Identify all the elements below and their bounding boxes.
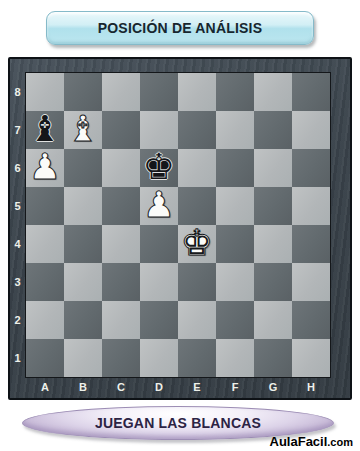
file-labels: ABCDEFGH [26,377,330,397]
square-e7 [178,111,216,149]
chess-board: 87654321 ♝♝♟♚♟♚ ABCDEFGH [8,57,352,400]
square-c5 [102,187,140,225]
rank-label-5: 5 [10,187,25,225]
square-g1 [254,339,292,377]
white-pawn-piece: ♟ [29,149,61,185]
rank-label-7: 7 [10,111,25,149]
square-h4 [292,225,330,263]
square-d1 [140,339,178,377]
square-d8 [140,73,178,111]
file-label-g: G [254,377,292,397]
square-a7: ♝ [26,111,64,149]
square-f7 [216,111,254,149]
square-d7 [140,111,178,149]
square-e2 [178,301,216,339]
rank-label-2: 2 [10,301,25,339]
square-b7: ♝ [64,111,102,149]
square-c4 [102,225,140,263]
file-label-a: A [26,377,64,397]
square-h8 [292,73,330,111]
square-e1 [178,339,216,377]
square-d5: ♟ [140,187,178,225]
square-a6: ♟ [26,149,64,187]
square-a3 [26,263,64,301]
file-label-f: F [216,377,254,397]
square-b4 [64,225,102,263]
square-h3 [292,263,330,301]
white-king-piece: ♚ [181,225,213,261]
board-squares: ♝♝♟♚♟♚ [25,72,331,378]
square-a2 [26,301,64,339]
square-c8 [102,73,140,111]
side-to-move-label: JUEGAN LAS BLANCAS [95,415,261,431]
square-f3 [216,263,254,301]
file-label-c: C [102,377,140,397]
square-h6 [292,149,330,187]
rank-label-8: 8 [10,73,25,111]
square-a4 [26,225,64,263]
square-b5 [64,187,102,225]
square-b1 [64,339,102,377]
black-bishop-piece: ♝ [29,111,61,147]
square-e6 [178,149,216,187]
square-b2 [64,301,102,339]
square-d6: ♚ [140,149,178,187]
square-h7 [292,111,330,149]
rank-label-4: 4 [10,225,25,263]
square-f5 [216,187,254,225]
square-d4 [140,225,178,263]
square-g8 [254,73,292,111]
square-a5 [26,187,64,225]
file-label-b: B [64,377,102,397]
square-f1 [216,339,254,377]
square-g7 [254,111,292,149]
square-e8 [178,73,216,111]
square-b3 [64,263,102,301]
square-c2 [102,301,140,339]
square-b8 [64,73,102,111]
file-label-e: E [178,377,216,397]
square-b6 [64,149,102,187]
square-g3 [254,263,292,301]
rank-label-6: 6 [10,149,25,187]
watermark-name: AulaFacil [270,434,328,449]
rank-label-1: 1 [10,339,25,377]
analysis-diagram: POSICIÓN DE ANÁLISIS 87654321 ♝♝♟♚♟♚ ABC… [0,0,360,451]
square-g6 [254,149,292,187]
square-h1 [292,339,330,377]
square-e5 [178,187,216,225]
square-e4: ♚ [178,225,216,263]
square-e3 [178,263,216,301]
square-c3 [102,263,140,301]
square-d3 [140,263,178,301]
rank-label-3: 3 [10,263,25,301]
square-f8 [216,73,254,111]
square-c7 [102,111,140,149]
white-bishop-piece: ♝ [67,111,99,147]
square-f4 [216,225,254,263]
title-banner: POSICIÓN DE ANÁLISIS [46,11,314,45]
rank-labels: 87654321 [10,73,25,377]
file-label-d: D [140,377,178,397]
white-pawn-piece: ♟ [143,187,175,223]
square-h2 [292,301,330,339]
square-a1 [26,339,64,377]
black-king-piece: ♚ [143,149,175,185]
square-c6 [102,149,140,187]
square-a8 [26,73,64,111]
square-f6 [216,149,254,187]
square-h5 [292,187,330,225]
square-f2 [216,301,254,339]
square-g4 [254,225,292,263]
aulafacil-watermark: AulaFacil.com [270,434,353,449]
watermark-suffix: .com [327,436,353,448]
square-c1 [102,339,140,377]
square-d2 [140,301,178,339]
square-g5 [254,187,292,225]
square-g2 [254,301,292,339]
file-label-h: H [292,377,330,397]
title-banner-label: POSICIÓN DE ANÁLISIS [98,20,263,36]
